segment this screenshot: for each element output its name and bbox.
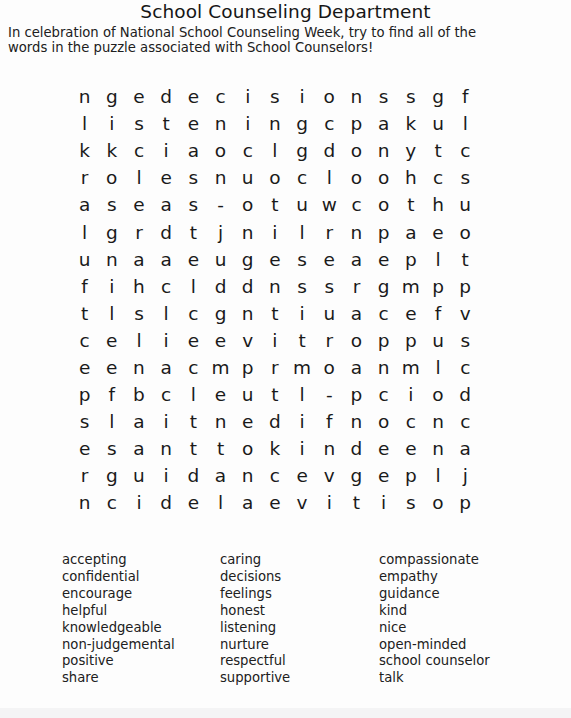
grid-cell-r9c7[interactable]: n [234,300,261,327]
grid-cell-r15c7[interactable]: n [234,462,261,489]
grid-cell-r12c4[interactable]: c [153,381,180,408]
word-knowledgeable: knowledgeable [62,620,175,637]
grid-cell-r6c2[interactable]: g [98,218,125,245]
grid-cell-r9c5[interactable]: c [180,300,207,327]
grid-cell-r1c13[interactable]: s [397,83,424,110]
grid-cell-r15c8[interactable]: c [261,462,288,489]
grid-cell-r11c9[interactable]: m [289,354,316,381]
grid-cell-r3c3[interactable]: c [125,137,152,164]
grid-cell-r14c1[interactable]: e [71,435,98,462]
grid-cell-r13c5[interactable]: t [180,408,207,435]
grid-cell-r5c10[interactable]: w [316,191,343,218]
grid-cell-r10c14[interactable]: u [424,327,451,354]
grid-cell-r16c13[interactable]: s [397,489,424,516]
word-positive: positive [62,653,175,670]
grid-cell-r4c12[interactable]: o [370,164,397,191]
grid-cell-r11c5[interactable]: c [180,354,207,381]
grid-cell-r3c2[interactable]: k [98,137,125,164]
grid-cell-r14c11[interactable]: d [343,435,370,462]
grid-cell-r6c15[interactable]: o [452,218,479,245]
word-non-judgemental: non-judgemental [62,637,175,654]
word-confidential: confidential [62,569,175,586]
word-list: acceptingconfidentialencouragehelpfulkno… [0,552,571,696]
grid-cell-r7c8[interactable]: e [261,246,288,273]
grid-cell-r5c11[interactable]: c [343,191,370,218]
grid-cell-r7c3[interactable]: a [125,246,152,273]
grid-cell-r7c15[interactable]: t [452,246,479,273]
grid-cell-r6c9[interactable]: l [289,218,316,245]
grid-cell-r10c12[interactable]: p [370,327,397,354]
grid-cell-r2c6[interactable]: n [207,110,234,137]
grid-cell-r8c5[interactable]: l [180,273,207,300]
grid-cell-r13c2[interactable]: l [98,408,125,435]
grid-cell-r13c12[interactable]: o [370,408,397,435]
grid-cell-r12c8[interactable]: t [261,381,288,408]
grid-cell-r6c12[interactable]: p [370,218,397,245]
grid-cell-r15c6[interactable]: a [207,462,234,489]
grid-cell-r12c5[interactable]: l [180,381,207,408]
grid-cell-r5c4[interactable]: a [153,191,180,218]
grid-cell-r15c2[interactable]: g [98,462,125,489]
grid-cell-r3c12[interactable]: n [370,137,397,164]
grid-cell-r11c6[interactable]: m [207,354,234,381]
instructions-line-1: In celebration of National School Counse… [8,26,478,41]
word-listening: listening [220,620,290,637]
grid-cell-r8c2[interactable]: i [98,273,125,300]
grid-cell-r15c5[interactable]: d [180,462,207,489]
grid-cell-r2c7[interactable]: i [234,110,261,137]
grid-cell-r13c14[interactable]: n [424,408,451,435]
grid-cell-r14c13[interactable]: e [397,435,424,462]
grid-cell-r6c14[interactable]: e [424,218,451,245]
grid-cell-r16c4[interactable]: d [153,489,180,516]
grid-cell-r10c11[interactable]: o [343,327,370,354]
grid-cell-r8c12[interactable]: g [370,273,397,300]
grid-cell-r10c15[interactable]: s [452,327,479,354]
grid-cell-r3c15[interactable]: c [452,137,479,164]
word-supportive: supportive [220,670,290,687]
grid-cell-r14c6[interactable]: t [207,435,234,462]
grid-cell-r13c3[interactable]: a [125,408,152,435]
grid-cell-r10c8[interactable]: i [261,327,288,354]
grid-cell-r9c10[interactable]: u [316,300,343,327]
grid-cell-r11c8[interactable]: r [261,354,288,381]
grid-cell-r3c6[interactable]: o [207,137,234,164]
word-school-counselor: school counselor [379,653,490,670]
grid-cell-r9c14[interactable]: f [424,300,451,327]
grid-cell-r6c1[interactable]: l [71,218,98,245]
grid-cell-r12c13[interactable]: i [397,381,424,408]
grid-cell-r14c7[interactable]: o [234,435,261,462]
grid-cell-r8c6[interactable]: d [207,273,234,300]
grid-cell-r7c7[interactable]: g [234,246,261,273]
grid-cell-r8c9[interactable]: s [289,273,316,300]
grid-cell-r7c6[interactable]: u [207,246,234,273]
grid-cell-r2c2[interactable]: i [98,110,125,137]
grid-cell-r16c11[interactable]: t [343,489,370,516]
grid-cell-r9c15[interactable]: v [452,300,479,327]
grid-cell-r4c6[interactable]: n [207,164,234,191]
grid-cell-r4c5[interactable]: s [180,164,207,191]
grid-cell-r13c15[interactable]: c [452,408,479,435]
grid-cell-r13c1[interactable]: s [71,408,98,435]
grid-cell-r8c3[interactable]: h [125,273,152,300]
grid-cell-r5c14[interactable]: h [424,191,451,218]
grid-cell-r3c7[interactable]: c [234,137,261,164]
grid-cell-r15c1[interactable]: r [71,462,98,489]
word-caring: caring [220,552,290,569]
grid-cell-r5c9[interactable]: u [289,191,316,218]
grid-cell-r9c11[interactable]: a [343,300,370,327]
grid-cell-r4c2[interactable]: o [98,164,125,191]
word-compassionate: compassionate [379,552,490,569]
grid-cell-r13c6[interactable]: n [207,408,234,435]
grid-cell-r4c13[interactable]: h [397,164,424,191]
grid-cell-r14c14[interactable]: n [424,435,451,462]
grid-cell-r16c5[interactable]: e [180,489,207,516]
grid-cell-r3c14[interactable]: t [424,137,451,164]
grid-cell-r11c12[interactable]: n [370,354,397,381]
grid-cell-r6c5[interactable]: t [180,218,207,245]
grid-cell-r2c8[interactable]: n [261,110,288,137]
grid-cell-r2c13[interactable]: k [397,110,424,137]
grid-cell-r1c2[interactable]: g [98,83,125,110]
grid-cell-r8c8[interactable]: n [261,273,288,300]
grid-cell-r11c3[interactable]: n [125,354,152,381]
grid-cell-r6c6[interactable]: j [207,218,234,245]
grid-cell-r5c12[interactable]: o [370,191,397,218]
grid-cell-r5c13[interactable]: t [397,191,424,218]
grid-cell-r12c10[interactable]: - [316,381,343,408]
grid-cell-r4c14[interactable]: c [424,164,451,191]
word-nurture: nurture [220,637,290,654]
grid-cell-r1c12[interactable]: s [370,83,397,110]
grid-cell-r7c5[interactable]: e [180,246,207,273]
word-share: share [62,670,175,687]
grid-cell-r2c15[interactable]: l [452,110,479,137]
grid-cell-r6c7[interactable]: n [234,218,261,245]
grid-cell-r13c10[interactable]: f [316,408,343,435]
grid-cell-r10c13[interactable]: p [397,327,424,354]
page-bottom-strip [0,708,571,718]
grid-cell-r2c3[interactable]: s [125,110,152,137]
word-talk: talk [379,670,490,687]
grid-cell-r13c9[interactable]: i [289,408,316,435]
grid-cell-r3c4[interactable]: i [153,137,180,164]
grid-cell-r1c4[interactable]: d [153,83,180,110]
grid-cell-r13c13[interactable]: c [397,408,424,435]
grid-cell-r16c2[interactable]: c [98,489,125,516]
grid-cell-r4c11[interactable]: o [343,164,370,191]
grid-cell-r5c5[interactable]: s [180,191,207,218]
word-list-column-2: caringdecisionsfeelingshonestlisteningnu… [220,552,290,687]
grid-cell-r14c15[interactable]: a [452,435,479,462]
puzzle-instructions: In celebration of National School Counse… [8,26,478,55]
word-helpful: helpful [62,603,175,620]
grid-cell-r7c2[interactable]: n [98,246,125,273]
grid-cell-r15c11[interactable]: g [343,462,370,489]
grid-cell-r5c15[interactable]: u [452,191,479,218]
grid-cell-r6c3[interactable]: r [125,218,152,245]
grid-cell-r11c14[interactable]: l [424,354,451,381]
grid-cell-r6c11[interactable]: n [343,218,370,245]
grid-cell-r11c15[interactable]: c [452,354,479,381]
word-empathy: empathy [379,569,490,586]
grid-cell-r2c1[interactable]: l [71,110,98,137]
grid-cell-r12c12[interactable]: c [370,381,397,408]
grid-cell-r14c5[interactable]: t [180,435,207,462]
grid-cell-r7c14[interactable]: l [424,246,451,273]
grid-cell-r3c8[interactable]: l [261,137,288,164]
grid-cell-r10c7[interactable]: v [234,327,261,354]
grid-cell-r6c4[interactable]: d [153,218,180,245]
grid-cell-r8c11[interactable]: r [343,273,370,300]
grid-cell-r5c3[interactable]: e [125,191,152,218]
word-guidance: guidance [379,586,490,603]
word-open-minded: open-minded [379,637,490,654]
grid-cell-r16c6[interactable]: l [207,489,234,516]
grid-cell-r15c4[interactable]: i [153,462,180,489]
grid-cell-r13c7[interactable]: e [234,408,261,435]
grid-cell-r9c8[interactable]: t [261,300,288,327]
grid-cell-r6c8[interactable]: i [261,218,288,245]
grid-cell-r12c2[interactable]: f [98,381,125,408]
grid-cell-r11c7[interactable]: p [234,354,261,381]
grid-cell-r4c15[interactable]: s [452,164,479,191]
grid-cell-r14c4[interactable]: n [153,435,180,462]
grid-cell-r9c2[interactable]: l [98,300,125,327]
grid-cell-r7c11[interactable]: a [343,246,370,273]
grid-cell-r16c12[interactable]: i [370,489,397,516]
grid-cell-r10c9[interactable]: t [289,327,316,354]
grid-cell-r8c10[interactable]: s [316,273,343,300]
grid-cell-r10c3[interactable]: l [125,327,152,354]
instructions-line-2: words in the puzzle associated with Scho… [8,41,478,56]
grid-cell-r16c1[interactable]: n [71,489,98,516]
grid-cell-r2c12[interactable]: a [370,110,397,137]
grid-cell-r9c6[interactable]: g [207,300,234,327]
grid-cell-r11c1[interactable]: e [71,354,98,381]
grid-cell-r1c14[interactable]: g [424,83,451,110]
grid-cell-r12c11[interactable]: p [343,381,370,408]
grid-cell-r1c8[interactable]: s [261,83,288,110]
grid-cell-r16c9[interactable]: v [289,489,316,516]
grid-cell-r4c10[interactable]: l [316,164,343,191]
grid-cell-r12c9[interactable]: l [289,381,316,408]
grid-cell-r10c6[interactable]: e [207,327,234,354]
grid-cell-r5c8[interactable]: t [261,191,288,218]
grid-cell-r15c13[interactable]: p [397,462,424,489]
grid-cell-r1c15[interactable]: f [452,83,479,110]
grid-cell-r13c8[interactable]: d [261,408,288,435]
grid-cell-r9c4[interactable]: l [153,300,180,327]
grid-cell-r2c4[interactable]: t [153,110,180,137]
grid-cell-r5c1[interactable]: a [71,191,98,218]
grid-cell-r4c1[interactable]: r [71,164,98,191]
grid-cell-r3c9[interactable]: g [289,137,316,164]
grid-cell-r3c11[interactable]: o [343,137,370,164]
grid-cell-r16c15[interactable]: p [452,489,479,516]
grid-cell-r11c4[interactable]: a [153,354,180,381]
grid-cell-r14c3[interactable]: a [125,435,152,462]
grid-cell-r3c1[interactable]: k [71,137,98,164]
grid-cell-r16c8[interactable]: e [261,489,288,516]
grid-cell-r15c14[interactable]: l [424,462,451,489]
grid-cell-r2c5[interactable]: e [180,110,207,137]
grid-cell-r2c9[interactable]: g [289,110,316,137]
grid-cell-r14c12[interactable]: e [370,435,397,462]
grid-cell-r7c10[interactable]: e [316,246,343,273]
grid-cell-r11c10[interactable]: o [316,354,343,381]
grid-cell-r3c10[interactable]: d [316,137,343,164]
grid-cell-r12c7[interactable]: u [234,381,261,408]
grid-cell-r13c11[interactable]: n [343,408,370,435]
grid-cell-r4c4[interactable]: e [153,164,180,191]
grid-cell-r1c6[interactable]: c [207,83,234,110]
grid-cell-r12c3[interactable]: b [125,381,152,408]
grid-cell-r10c2[interactable]: e [98,327,125,354]
grid-cell-r7c12[interactable]: e [370,246,397,273]
grid-cell-r8c13[interactable]: m [397,273,424,300]
grid-cell-r4c8[interactable]: o [261,164,288,191]
grid-cell-r15c10[interactable]: v [316,462,343,489]
grid-cell-r2c11[interactable]: p [343,110,370,137]
grid-cell-r9c13[interactable]: e [397,300,424,327]
word-respectful: respectful [220,653,290,670]
grid-cell-r14c9[interactable]: i [289,435,316,462]
grid-cell-r4c3[interactable]: l [125,164,152,191]
grid-cell-r4c9[interactable]: c [289,164,316,191]
grid-cell-r10c4[interactable]: i [153,327,180,354]
word-list-column-1: acceptingconfidentialencouragehelpfulkno… [62,552,175,687]
word-list-column-3: compassionateempathyguidancekindniceopen… [379,552,490,687]
grid-cell-r14c8[interactable]: k [261,435,288,462]
grid-cell-r15c3[interactable]: u [125,462,152,489]
grid-cell-r7c1[interactable]: u [71,246,98,273]
grid-cell-r16c3[interactable]: i [125,489,152,516]
page-title: School Counseling Department [0,1,571,22]
grid-cell-r4c7[interactable]: u [234,164,261,191]
grid-cell-r10c5[interactable]: e [180,327,207,354]
grid-cell-r1c10[interactable]: o [316,83,343,110]
grid-cell-r14c10[interactable]: n [316,435,343,462]
grid-cell-r3c5[interactable]: a [180,137,207,164]
grid-cell-r8c7[interactable]: d [234,273,261,300]
grid-cell-r9c12[interactable]: c [370,300,397,327]
grid-cell-r5c2[interactable]: s [98,191,125,218]
grid-cell-r2c10[interactable]: c [316,110,343,137]
grid-cell-r2c14[interactable]: u [424,110,451,137]
grid-cell-r1c5[interactable]: e [180,83,207,110]
grid-cell-r5c7[interactable]: o [234,191,261,218]
grid-cell-r10c1[interactable]: c [71,327,98,354]
word-decisions: decisions [220,569,290,586]
word-feelings: feelings [220,586,290,603]
grid-cell-r11c2[interactable]: e [98,354,125,381]
word-encourage: encourage [62,586,175,603]
grid-cell-r1c9[interactable]: i [289,83,316,110]
grid-cell-r12c14[interactable]: o [424,381,451,408]
grid-cell-r12c6[interactable]: e [207,381,234,408]
grid-cell-r8c4[interactable]: c [153,273,180,300]
grid-cell-r12c15[interactable]: d [452,381,479,408]
grid-cell-r9c9[interactable]: i [289,300,316,327]
grid-cell-r14c2[interactable]: s [98,435,125,462]
grid-cell-r15c12[interactable]: e [370,462,397,489]
grid-cell-r15c15[interactable]: j [452,462,479,489]
grid-cell-r8c15[interactable]: p [452,273,479,300]
word-kind: kind [379,603,490,620]
word-nice: nice [379,620,490,637]
grid-cell-r9c1[interactable]: t [71,300,98,327]
grid-cell-r1c1[interactable]: n [71,83,98,110]
word-honest: honest [220,603,290,620]
grid-cell-r13c4[interactable]: i [153,408,180,435]
word-search-grid[interactable]: ngedecisionssgflisteningcpakulkkciaoclgd… [71,83,479,517]
grid-cell-r15c9[interactable]: e [289,462,316,489]
grid-cell-r10c10[interactable]: r [316,327,343,354]
grid-cell-r7c4[interactable]: a [153,246,180,273]
grid-cell-r8c14[interactable]: p [424,273,451,300]
grid-cell-r1c7[interactable]: i [234,83,261,110]
grid-cell-r16c10[interactable]: i [316,489,343,516]
grid-cell-r12c1[interactable]: p [71,381,98,408]
grid-cell-r5c6[interactable]: - [207,191,234,218]
grid-cell-r9c3[interactable]: s [125,300,152,327]
grid-cell-r1c11[interactable]: n [343,83,370,110]
grid-cell-r16c14[interactable]: o [424,489,451,516]
word-accepting: accepting [62,552,175,569]
grid-cell-r6c10[interactable]: r [316,218,343,245]
grid-cell-r7c9[interactable]: s [289,246,316,273]
grid-cell-r11c11[interactable]: a [343,354,370,381]
grid-cell-r6c13[interactable]: a [397,218,424,245]
grid-cell-r16c7[interactable]: a [234,489,261,516]
grid-cell-r1c3[interactable]: e [125,83,152,110]
grid-cell-r8c1[interactable]: f [71,273,98,300]
grid-cell-r11c13[interactable]: m [397,354,424,381]
grid-cell-r7c13[interactable]: p [397,246,424,273]
grid-cell-r3c13[interactable]: y [397,137,424,164]
